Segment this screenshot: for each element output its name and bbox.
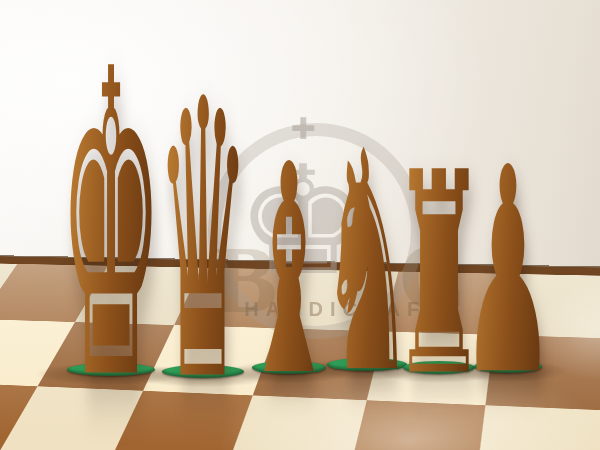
pawn-glyph: ♟ bbox=[402, 131, 600, 415]
product-photo: ✚ ♚ B C HANDICRAFTS ♚♛♝♞♜♟ bbox=[0, 0, 600, 450]
pieces-layer: ♚♛♝♞♜♟ bbox=[0, 0, 600, 450]
